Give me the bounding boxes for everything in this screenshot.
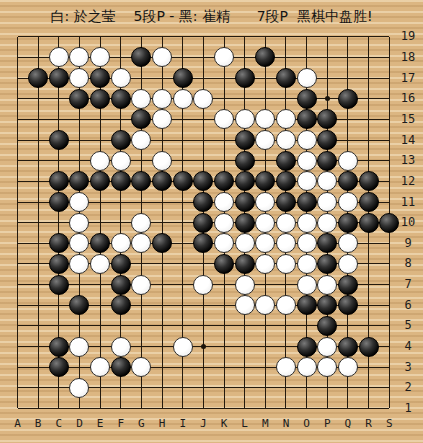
black-stone [214, 171, 234, 191]
black-stone [49, 130, 69, 150]
column-label: J [193, 417, 214, 430]
row-label: 5 [395, 318, 421, 332]
white-stone [214, 47, 234, 67]
white-stone [214, 233, 234, 253]
white-stone [235, 295, 255, 315]
column-label: F [110, 417, 131, 430]
black-stone [173, 171, 193, 191]
white-stone [297, 68, 317, 88]
grid-line-horizontal [18, 408, 390, 409]
row-label: 11 [395, 195, 421, 209]
white-stone [235, 275, 255, 295]
black-stone [173, 68, 193, 88]
white-stone [193, 275, 213, 295]
white-stone [69, 254, 89, 274]
white-stone [317, 192, 337, 212]
white-stone [214, 192, 234, 212]
black-stone [235, 171, 255, 191]
white-stone [255, 213, 275, 233]
white-stone [235, 109, 255, 129]
black-stone [111, 275, 131, 295]
white-stone [131, 275, 151, 295]
black-stone [297, 337, 317, 357]
black-stone [90, 171, 110, 191]
white-stone [297, 151, 317, 171]
black-stone [317, 151, 337, 171]
white-stone [276, 295, 296, 315]
black-stone [193, 213, 213, 233]
black-stone [90, 68, 110, 88]
black-stone [111, 254, 131, 274]
black-stone [338, 337, 358, 357]
white-stone [49, 47, 69, 67]
black-stone [152, 171, 172, 191]
black-stone [338, 171, 358, 191]
black-stone [111, 295, 131, 315]
black-stone [276, 151, 296, 171]
white-stone [131, 213, 151, 233]
black-stone [111, 89, 131, 109]
white-stone [131, 233, 151, 253]
white-stone [297, 233, 317, 253]
white-stone [152, 89, 172, 109]
black-stone [338, 275, 358, 295]
black-stone [193, 192, 213, 212]
row-label: 8 [395, 256, 421, 270]
white-stone [317, 337, 337, 357]
black-stone [49, 254, 69, 274]
row-label: 1 [395, 401, 421, 415]
black-stone [317, 130, 337, 150]
white-stone [69, 213, 89, 233]
white-stone [69, 378, 89, 398]
column-label: H [152, 417, 173, 430]
white-stone [214, 109, 234, 129]
column-label: I [172, 417, 193, 430]
row-label: 18 [395, 50, 421, 64]
white-stone [276, 213, 296, 233]
black-stone [49, 192, 69, 212]
black-stone [297, 89, 317, 109]
white-stone [255, 233, 275, 253]
row-label: 3 [395, 360, 421, 374]
black-stone [49, 275, 69, 295]
column-label: O [296, 417, 317, 430]
row-label: 16 [395, 91, 421, 105]
black-stone [297, 295, 317, 315]
white-stone [111, 337, 131, 357]
black-stone [131, 47, 151, 67]
white-stone [152, 47, 172, 67]
star-point [325, 96, 330, 101]
white-stone [297, 275, 317, 295]
column-label: C [48, 417, 69, 430]
white-stone [317, 171, 337, 191]
black-stone [69, 89, 89, 109]
column-label: K [214, 417, 235, 430]
white-stone [297, 171, 317, 191]
row-label: 6 [395, 298, 421, 312]
black-stone [338, 213, 358, 233]
black-stone [49, 68, 69, 88]
white-stone [255, 295, 275, 315]
white-stone [297, 357, 317, 377]
white-stone [173, 89, 193, 109]
black-stone [317, 233, 337, 253]
black-stone [359, 337, 379, 357]
row-label: 10 [395, 215, 421, 229]
go-game-viewer: { "game": "go", "header": { "title": "白:… [0, 0, 423, 443]
black-stone [131, 109, 151, 129]
white-stone [131, 89, 151, 109]
white-stone [317, 213, 337, 233]
row-label: 15 [395, 112, 421, 126]
white-stone [90, 47, 110, 67]
white-stone [90, 357, 110, 377]
white-stone [173, 337, 193, 357]
star-point [201, 344, 206, 349]
white-stone [297, 130, 317, 150]
column-label: N [275, 417, 296, 430]
column-label: E [90, 417, 111, 430]
white-stone [69, 47, 89, 67]
black-stone [49, 357, 69, 377]
black-stone [111, 357, 131, 377]
black-stone [214, 254, 234, 274]
black-stone [69, 171, 89, 191]
row-label: 9 [395, 236, 421, 250]
white-stone [255, 192, 275, 212]
black-stone [193, 171, 213, 191]
black-stone [49, 171, 69, 191]
black-stone [338, 295, 358, 315]
black-stone [276, 68, 296, 88]
black-stone [193, 233, 213, 253]
black-stone [90, 89, 110, 109]
black-stone [111, 130, 131, 150]
black-stone [317, 109, 337, 129]
white-stone [338, 192, 358, 212]
white-stone [255, 109, 275, 129]
white-stone [69, 192, 89, 212]
row-label: 13 [395, 153, 421, 167]
black-stone [359, 171, 379, 191]
black-stone [111, 171, 131, 191]
white-stone [297, 254, 317, 274]
white-stone [276, 109, 296, 129]
black-stone [235, 130, 255, 150]
black-stone [152, 233, 172, 253]
white-stone [338, 357, 358, 377]
white-stone [69, 68, 89, 88]
black-stone [317, 254, 337, 274]
black-stone [235, 254, 255, 274]
white-stone [276, 233, 296, 253]
column-label: A [7, 417, 28, 430]
row-label: 14 [395, 133, 421, 147]
white-stone [111, 233, 131, 253]
black-stone [69, 295, 89, 315]
black-stone [317, 295, 337, 315]
row-label: 2 [395, 380, 421, 394]
column-label: L [234, 417, 255, 430]
white-stone [69, 337, 89, 357]
column-label: G [131, 417, 152, 430]
white-stone [152, 151, 172, 171]
white-stone [276, 357, 296, 377]
black-stone [276, 192, 296, 212]
black-stone [49, 233, 69, 253]
white-stone [255, 254, 275, 274]
black-stone [235, 192, 255, 212]
go-board: ABCDEFGHIJKLMNOPQRS191817161514131211109… [0, 0, 423, 443]
black-stone [317, 316, 337, 336]
column-label: Q [337, 417, 358, 430]
black-stone [28, 68, 48, 88]
white-stone [111, 68, 131, 88]
white-stone [338, 254, 358, 274]
column-label: M [255, 417, 276, 430]
column-label: R [358, 417, 379, 430]
black-stone [297, 109, 317, 129]
black-stone [235, 68, 255, 88]
white-stone [338, 233, 358, 253]
black-stone [90, 233, 110, 253]
white-stone [152, 109, 172, 129]
row-label: 17 [395, 71, 421, 85]
column-label: B [28, 417, 49, 430]
black-stone [359, 213, 379, 233]
white-stone [317, 357, 337, 377]
black-stone [359, 192, 379, 212]
black-stone [131, 171, 151, 191]
white-stone [214, 213, 234, 233]
black-stone [235, 151, 255, 171]
column-label: P [317, 417, 338, 430]
white-stone [90, 254, 110, 274]
white-stone [193, 89, 213, 109]
white-stone [255, 130, 275, 150]
white-stone [297, 213, 317, 233]
black-stone [297, 192, 317, 212]
black-stone [255, 47, 275, 67]
white-stone [131, 130, 151, 150]
black-stone [338, 89, 358, 109]
column-label: D [69, 417, 90, 430]
column-label: S [379, 417, 400, 430]
white-stone [235, 233, 255, 253]
row-label: 7 [395, 277, 421, 291]
white-stone [276, 130, 296, 150]
white-stone [276, 254, 296, 274]
row-label: 4 [395, 339, 421, 353]
row-label: 12 [395, 174, 421, 188]
white-stone [69, 233, 89, 253]
white-stone [90, 151, 110, 171]
white-stone [111, 151, 131, 171]
black-stone [255, 171, 275, 191]
white-stone [338, 151, 358, 171]
black-stone [276, 171, 296, 191]
black-stone [235, 213, 255, 233]
black-stone [49, 337, 69, 357]
white-stone [131, 357, 151, 377]
row-label: 19 [395, 29, 421, 43]
white-stone [317, 275, 337, 295]
